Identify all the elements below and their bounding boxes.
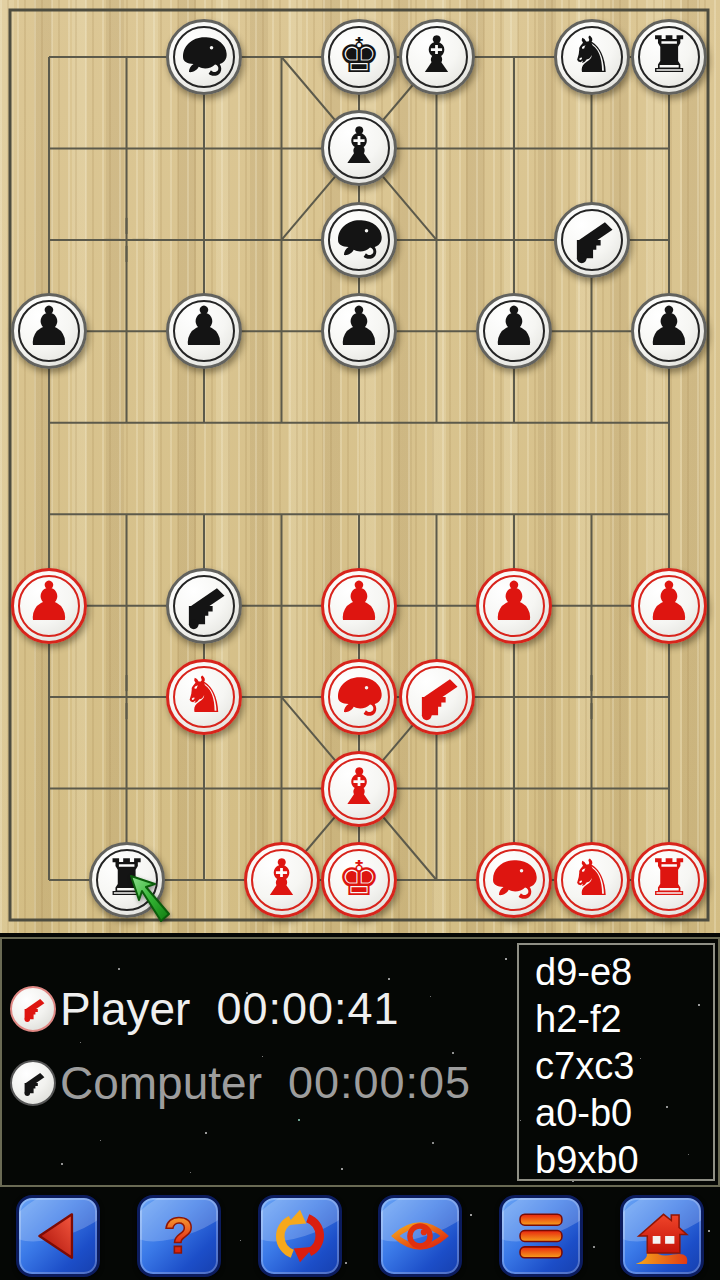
piece-black-elephant[interactable] (321, 202, 397, 278)
player-row: Player 00:00:41 (10, 983, 400, 1035)
pawn-glyph: ♟ (25, 575, 73, 629)
piece-black-advisor[interactable]: ♝ (321, 110, 397, 186)
pawn-glyph: ♟ (180, 300, 228, 354)
back-triangle-icon (27, 1205, 89, 1267)
help-button[interactable]: ? (137, 1195, 221, 1277)
home-button[interactable] (620, 1195, 704, 1277)
move-cursor-icon (129, 874, 175, 924)
menu-button[interactable] (499, 1195, 583, 1277)
rook-glyph: ♜ (647, 853, 692, 903)
advisor-glyph: ♝ (337, 121, 382, 171)
piece-black-cannon[interactable] (166, 568, 242, 644)
hamburger-menu-icon (510, 1205, 572, 1267)
computer-clock: 00:00:05 (288, 1057, 471, 1109)
app-screen: ♚♝♞♜♝ ♟♟♟♟♟ ♜♟♟♟♟♞ ♝♝♚ ♞♜ (0, 0, 720, 1280)
info-panel: Player 00:00:41 Computer 00:00:05 d9-e8h… (0, 937, 720, 1187)
piece-black-elephant[interactable] (166, 19, 242, 95)
piece-black-pawn[interactable]: ♟ (631, 293, 707, 369)
piece-red-elephant[interactable] (321, 659, 397, 735)
move-list: d9-e8h2-f2c7xc3a0-b0b9xb0 (517, 943, 715, 1181)
move-entry: d9-e8 (535, 949, 713, 996)
eye-icon (388, 1205, 452, 1267)
move-entry: c7xc3 (535, 1043, 713, 1090)
black-cannon-piece-icon (10, 1060, 56, 1106)
piece-black-horse[interactable]: ♞ (554, 19, 630, 95)
computer-name: Computer (60, 1056, 262, 1110)
home-icon (630, 1205, 694, 1267)
piece-red-cannon[interactable] (399, 659, 475, 735)
piece-red-advisor[interactable]: ♝ (321, 751, 397, 827)
horse-glyph: ♞ (182, 670, 227, 720)
player-clock: 00:00:41 (216, 983, 399, 1035)
pawn-glyph: ♟ (25, 300, 73, 354)
move-entry: h2-f2 (535, 996, 713, 1043)
piece-black-rook[interactable]: ♜ (631, 19, 707, 95)
piece-red-pawn[interactable]: ♟ (321, 568, 397, 644)
piece-red-pawn[interactable]: ♟ (476, 568, 552, 644)
refresh-button[interactable] (258, 1195, 342, 1277)
toolbar: ? (0, 1192, 720, 1280)
horse-glyph: ♞ (569, 30, 614, 80)
circular-arrows-icon (269, 1205, 331, 1267)
piece-red-advisor[interactable]: ♝ (244, 842, 320, 918)
piece-red-pawn[interactable]: ♟ (11, 568, 87, 644)
red-cannon-piece-icon (10, 986, 56, 1032)
pawn-glyph: ♟ (645, 300, 693, 354)
pieces-layer: ♚♝♞♜♝ ♟♟♟♟♟ ♜♟♟♟♟♞ ♝♝♚ ♞♜ (0, 0, 720, 933)
piece-black-pawn[interactable]: ♟ (476, 293, 552, 369)
piece-red-horse[interactable]: ♞ (554, 842, 630, 918)
piece-red-rook[interactable]: ♜ (631, 842, 707, 918)
piece-red-pawn[interactable]: ♟ (631, 568, 707, 644)
piece-black-cannon[interactable] (554, 202, 630, 278)
piece-black-pawn[interactable]: ♟ (11, 293, 87, 369)
question-mark-icon: ? (148, 1205, 210, 1267)
piece-black-advisor[interactable]: ♝ (399, 19, 475, 95)
player-row: Computer 00:00:05 (10, 1057, 471, 1109)
pawn-glyph: ♟ (490, 575, 538, 629)
view-button[interactable] (378, 1195, 462, 1277)
piece-red-horse[interactable]: ♞ (166, 659, 242, 735)
move-entry: b9xb0 (535, 1137, 713, 1184)
svg-text:?: ? (164, 1208, 194, 1264)
back-button[interactable] (16, 1195, 100, 1277)
king-glyph: ♚ (337, 854, 380, 902)
piece-red-king[interactable]: ♚ (321, 842, 397, 918)
pawn-glyph: ♟ (335, 575, 383, 629)
piece-black-king[interactable]: ♚ (321, 19, 397, 95)
horse-glyph: ♞ (569, 853, 614, 903)
pawn-glyph: ♟ (335, 300, 383, 354)
player-name: Player (60, 982, 190, 1036)
pawn-glyph: ♟ (490, 300, 538, 354)
piece-red-elephant[interactable] (476, 842, 552, 918)
king-glyph: ♚ (337, 31, 380, 79)
advisor-glyph: ♝ (414, 30, 459, 80)
rook-glyph: ♜ (647, 30, 692, 80)
piece-black-pawn[interactable]: ♟ (166, 293, 242, 369)
pawn-glyph: ♟ (645, 575, 693, 629)
piece-black-pawn[interactable]: ♟ (321, 293, 397, 369)
xiangqi-board[interactable]: ♚♝♞♜♝ ♟♟♟♟♟ ♜♟♟♟♟♞ ♝♝♚ ♞♜ (0, 0, 720, 933)
advisor-glyph: ♝ (337, 762, 382, 812)
move-entry: a0-b0 (535, 1090, 713, 1137)
advisor-glyph: ♝ (259, 853, 304, 903)
